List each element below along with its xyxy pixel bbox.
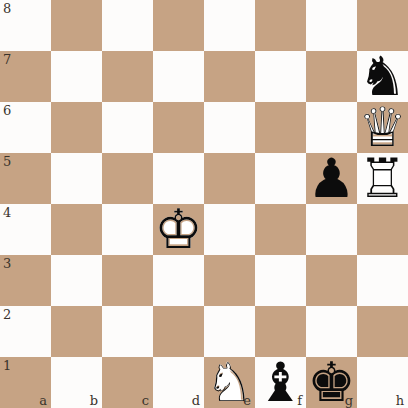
rank-label-6: 6 [3, 104, 11, 117]
square-e4[interactable] [204, 204, 255, 255]
square-c7[interactable] [102, 51, 153, 102]
square-a4[interactable]: 4 [0, 204, 51, 255]
white-queen-glyph: ♕ [357, 102, 408, 153]
square-e5[interactable] [204, 153, 255, 204]
square-c8[interactable] [102, 0, 153, 51]
square-b7[interactable] [51, 51, 102, 102]
square-d3[interactable] [153, 255, 204, 306]
square-f5[interactable] [255, 153, 306, 204]
square-a6[interactable]: 6 [0, 102, 51, 153]
square-h1[interactable]: h [357, 357, 408, 408]
rank-label-8: 8 [3, 2, 11, 15]
square-g3[interactable] [306, 255, 357, 306]
square-g5[interactable]: ♟ [306, 153, 357, 204]
file-label-f: f [297, 394, 302, 407]
square-g6[interactable] [306, 102, 357, 153]
square-d2[interactable] [153, 306, 204, 357]
rank-label-5: 5 [3, 155, 11, 168]
square-h6[interactable]: ♛♕ [357, 102, 408, 153]
square-a3[interactable]: 3 [0, 255, 51, 306]
square-h2[interactable] [357, 306, 408, 357]
square-g4[interactable] [306, 204, 357, 255]
square-e8[interactable] [204, 0, 255, 51]
square-h3[interactable] [357, 255, 408, 306]
square-a7[interactable]: 7 [0, 51, 51, 102]
piece-white-rook[interactable]: ♜♖ [357, 153, 408, 204]
square-e1[interactable]: e♞♘ [204, 357, 255, 408]
square-e7[interactable] [204, 51, 255, 102]
piece-white-king[interactable]: ♚♔ [153, 204, 204, 255]
square-c4[interactable] [102, 204, 153, 255]
square-f6[interactable] [255, 102, 306, 153]
rank-label-3: 3 [3, 257, 11, 270]
black-pawn-glyph: ♟ [306, 153, 357, 204]
square-g1[interactable]: g♚ [306, 357, 357, 408]
square-f3[interactable] [255, 255, 306, 306]
square-g8[interactable] [306, 0, 357, 51]
square-f1[interactable]: f♝ [255, 357, 306, 408]
white-rook-glyph: ♖ [357, 153, 408, 204]
square-b1[interactable]: b [51, 357, 102, 408]
rank-label-2: 2 [3, 308, 11, 321]
square-d6[interactable] [153, 102, 204, 153]
file-label-c: c [142, 394, 149, 407]
square-e3[interactable] [204, 255, 255, 306]
square-e2[interactable] [204, 306, 255, 357]
square-e6[interactable] [204, 102, 255, 153]
square-c1[interactable]: c [102, 357, 153, 408]
square-d7[interactable] [153, 51, 204, 102]
file-label-e: e [243, 394, 251, 407]
square-f7[interactable] [255, 51, 306, 102]
white-king-glyph: ♔ [153, 204, 204, 255]
square-g7[interactable] [306, 51, 357, 102]
piece-black-knight[interactable]: ♞ [357, 51, 408, 102]
square-a2[interactable]: 2 [0, 306, 51, 357]
chess-diagram: 87♞6♛♕5♟♜♖4♚♔321abcde♞♘f♝g♚h [0, 0, 408, 408]
square-a1[interactable]: 1a [0, 357, 51, 408]
rank-label-7: 7 [3, 53, 11, 66]
file-label-d: d [192, 394, 200, 407]
square-a5[interactable]: 5 [0, 153, 51, 204]
square-h8[interactable] [357, 0, 408, 51]
chess-board: 87♞6♛♕5♟♜♖4♚♔321abcde♞♘f♝g♚h [0, 0, 408, 408]
square-c6[interactable] [102, 102, 153, 153]
square-a8[interactable]: 8 [0, 0, 51, 51]
square-b2[interactable] [51, 306, 102, 357]
piece-white-queen[interactable]: ♛♕ [357, 102, 408, 153]
rank-label-4: 4 [3, 206, 11, 219]
file-label-a: a [39, 394, 47, 407]
square-b4[interactable] [51, 204, 102, 255]
square-b6[interactable] [51, 102, 102, 153]
square-d5[interactable] [153, 153, 204, 204]
square-h5[interactable]: ♜♖ [357, 153, 408, 204]
square-g2[interactable] [306, 306, 357, 357]
square-f4[interactable] [255, 204, 306, 255]
black-knight-glyph: ♞ [357, 51, 408, 102]
square-b3[interactable] [51, 255, 102, 306]
square-c3[interactable] [102, 255, 153, 306]
square-d4[interactable]: ♚♔ [153, 204, 204, 255]
file-label-g: g [345, 394, 353, 407]
square-c5[interactable] [102, 153, 153, 204]
square-b5[interactable] [51, 153, 102, 204]
file-label-h: h [396, 394, 404, 407]
square-c2[interactable] [102, 306, 153, 357]
square-d1[interactable]: d [153, 357, 204, 408]
rank-label-1: 1 [3, 359, 11, 372]
square-f2[interactable] [255, 306, 306, 357]
square-f8[interactable] [255, 0, 306, 51]
square-b8[interactable] [51, 0, 102, 51]
piece-black-pawn[interactable]: ♟ [306, 153, 357, 204]
square-h7[interactable]: ♞ [357, 51, 408, 102]
square-h4[interactable] [357, 204, 408, 255]
square-d8[interactable] [153, 0, 204, 51]
file-label-b: b [90, 394, 98, 407]
